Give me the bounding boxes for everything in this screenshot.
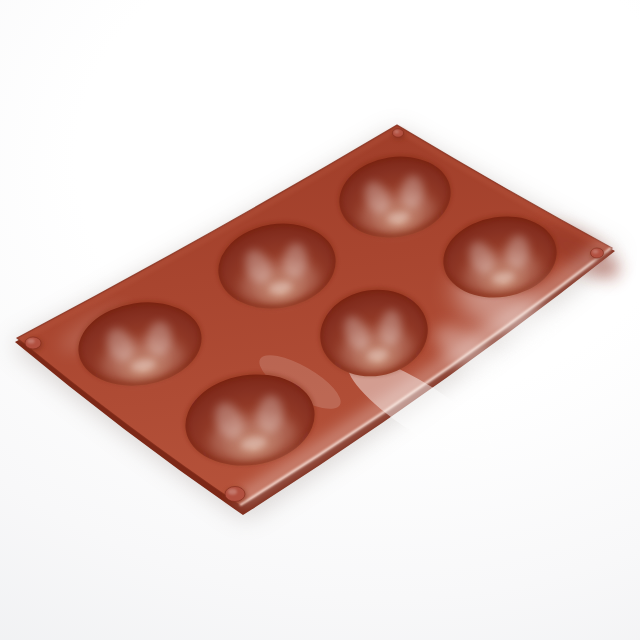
product-photo [0, 0, 640, 640]
silicone-mold-photo [0, 0, 640, 640]
